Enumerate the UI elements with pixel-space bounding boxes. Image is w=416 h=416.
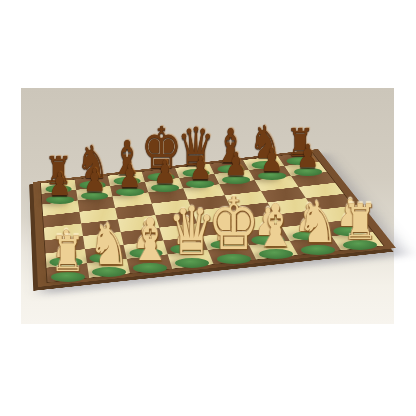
board-grid <box>41 152 383 282</box>
square-c1 <box>127 254 172 273</box>
square-d1 <box>167 250 213 269</box>
square-a1 <box>47 263 89 282</box>
chess-board <box>33 149 396 287</box>
photo-backdrop: ♜♞♝♚♛♝♞♜♟♟♟♟♟♟♟♟♟♟♟♟♟♟♟♟♜♞♝♛♚♝♞♜ <box>21 88 394 324</box>
product-photo-canvas: ♜♞♝♚♛♝♞♜♟♟♟♟♟♟♟♟♟♟♟♟♟♟♟♟♜♞♝♛♚♝♞♜ <box>0 0 416 416</box>
square-e1 <box>208 245 256 264</box>
square-h1 <box>331 232 383 251</box>
square-b1 <box>87 259 131 278</box>
